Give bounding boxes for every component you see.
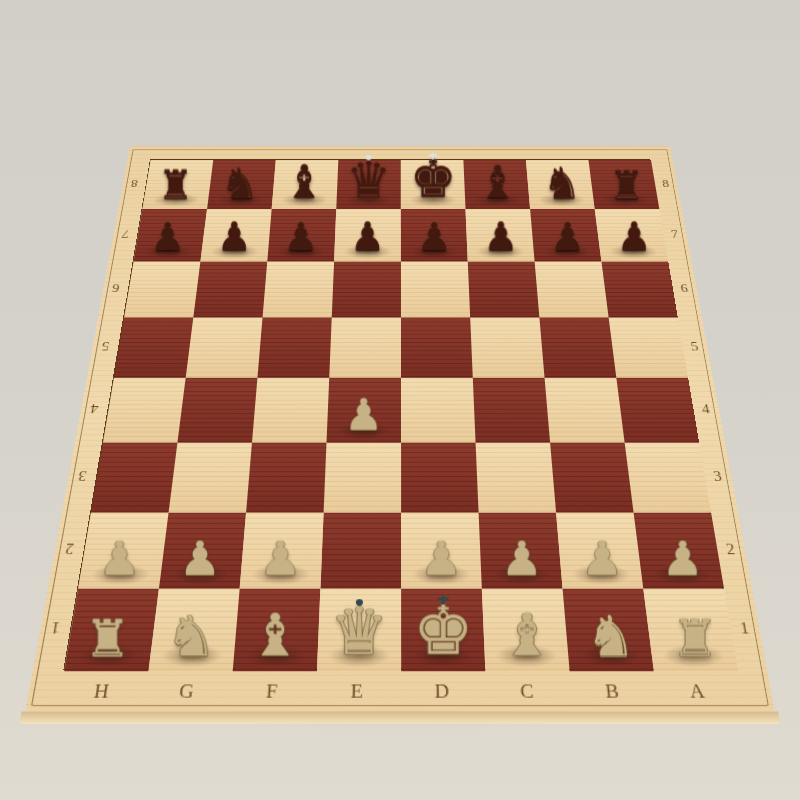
black-pawn[interactable]: ♟ xyxy=(550,218,585,257)
square-c7[interactable]: ♟ xyxy=(466,209,535,261)
black-bishop[interactable]: ♝ xyxy=(284,160,324,205)
square-e7[interactable]: ♟ xyxy=(334,209,401,261)
square-f5[interactable] xyxy=(257,318,331,378)
square-h3[interactable] xyxy=(91,443,177,513)
square-d4[interactable] xyxy=(401,378,476,443)
file-label-b: B xyxy=(569,672,658,711)
black-bishop[interactable]: ♝ xyxy=(477,160,517,205)
square-c4[interactable] xyxy=(473,378,550,443)
chess-board: 87654321 87654321 HGFEDCBA ♜♞♝♛●♚✚♝♞♜♟♟♟… xyxy=(25,146,775,711)
square-g1[interactable]: ♞ xyxy=(148,589,239,671)
square-h4[interactable] xyxy=(103,378,186,443)
square-g6[interactable] xyxy=(193,261,267,317)
square-f3[interactable] xyxy=(246,443,326,513)
scene: 87654321 87654321 HGFEDCBA ♜♞♝♛●♚✚♝♞♜♟♟♟… xyxy=(0,0,800,800)
black-pawn[interactable]: ♟ xyxy=(483,218,518,257)
square-d2[interactable]: ♟ xyxy=(401,513,482,589)
white-pawn[interactable]: ♟ xyxy=(98,535,140,582)
white-knight[interactable]: ♞ xyxy=(166,608,216,664)
black-queen-finial-icon: ● xyxy=(366,154,372,161)
chess-board-squares: ♜♞♝♛●♚✚♝♞♜♟♟♟♟♟♟♟♟♟♟♟♟♟♟♟♟♜♞♝♛●♚✚♝♞♜ xyxy=(63,159,736,670)
square-a4[interactable] xyxy=(616,378,699,443)
square-b6[interactable] xyxy=(535,261,609,317)
black-queen[interactable]: ♛● xyxy=(346,155,391,205)
square-c2[interactable]: ♟ xyxy=(479,513,563,589)
white-king-finial-icon: ✚ xyxy=(437,592,450,607)
white-pawn[interactable]: ♟ xyxy=(662,535,704,582)
square-h5[interactable] xyxy=(114,318,193,378)
black-pawn[interactable]: ♟ xyxy=(150,218,185,257)
white-king[interactable]: ♚✚ xyxy=(413,596,474,664)
square-b1[interactable]: ♞ xyxy=(563,589,654,671)
white-pawn[interactable]: ♟ xyxy=(344,394,383,437)
white-bishop[interactable]: ♝ xyxy=(249,606,301,664)
white-pawn[interactable]: ♟ xyxy=(259,535,301,582)
white-pawn[interactable]: ♟ xyxy=(420,535,462,582)
square-a6[interactable] xyxy=(601,261,677,317)
black-pawn[interactable]: ♟ xyxy=(617,218,652,257)
square-c3[interactable] xyxy=(476,443,557,513)
square-a2[interactable]: ♟ xyxy=(634,513,724,589)
square-g3[interactable] xyxy=(169,443,252,513)
square-e2[interactable] xyxy=(320,513,401,589)
square-h8[interactable]: ♜ xyxy=(142,160,213,209)
black-rook[interactable]: ♜ xyxy=(158,165,193,204)
board-perspective-wrap: 87654321 87654321 HGFEDCBA ♜♞♝♛●♚✚♝♞♜♟♟♟… xyxy=(86,68,714,698)
square-d5[interactable] xyxy=(401,318,473,378)
square-c5[interactable] xyxy=(470,318,544,378)
square-c8[interactable]: ♝ xyxy=(463,160,530,209)
white-pawn[interactable]: ♟ xyxy=(581,535,623,582)
square-h1[interactable]: ♜ xyxy=(64,589,159,671)
square-b7[interactable]: ♟ xyxy=(530,209,601,261)
black-pawn[interactable]: ♟ xyxy=(417,218,452,257)
file-label-g: G xyxy=(142,672,231,711)
square-h6[interactable] xyxy=(124,261,200,317)
square-b3[interactable] xyxy=(550,443,634,513)
board-front-edge xyxy=(19,711,780,724)
square-a1[interactable]: ♜ xyxy=(643,589,738,671)
white-queen-finial-icon: ● xyxy=(355,598,363,607)
square-e6[interactable] xyxy=(332,261,401,317)
black-rook[interactable]: ♜ xyxy=(609,165,644,204)
square-e3[interactable] xyxy=(324,443,402,513)
square-e4[interactable]: ♟ xyxy=(327,378,402,443)
square-a8[interactable]: ♜ xyxy=(588,160,659,209)
square-f8[interactable]: ♝ xyxy=(272,160,339,209)
square-h2[interactable]: ♟ xyxy=(78,513,168,589)
black-king[interactable]: ♚✚ xyxy=(410,153,457,205)
file-labels-bottom: HGFEDCBA xyxy=(56,672,744,711)
file-label-f: F xyxy=(228,672,316,711)
black-pawn[interactable]: ♟ xyxy=(217,218,252,257)
square-a3[interactable] xyxy=(625,443,711,513)
file-label-e: E xyxy=(314,672,400,711)
white-bishop[interactable]: ♝ xyxy=(501,606,553,664)
file-label-d: D xyxy=(400,672,486,711)
square-g4[interactable] xyxy=(177,378,257,443)
square-b4[interactable] xyxy=(545,378,625,443)
white-rook[interactable]: ♜ xyxy=(84,613,130,664)
square-f6[interactable] xyxy=(263,261,335,317)
black-pawn[interactable]: ♟ xyxy=(284,218,319,257)
square-g7[interactable]: ♟ xyxy=(200,209,271,261)
square-d7[interactable]: ♟ xyxy=(401,209,468,261)
square-a7[interactable]: ♟ xyxy=(595,209,669,261)
square-f4[interactable] xyxy=(252,378,329,443)
square-h7[interactable]: ♟ xyxy=(134,209,207,261)
black-pawn[interactable]: ♟ xyxy=(350,218,385,257)
square-b5[interactable] xyxy=(539,318,616,378)
black-king-finial-icon: ✚ xyxy=(428,149,438,161)
black-knight[interactable]: ♞ xyxy=(221,162,260,205)
square-c1[interactable]: ♝ xyxy=(482,589,570,671)
square-f7[interactable]: ♟ xyxy=(267,209,336,261)
white-pawn[interactable]: ♟ xyxy=(501,535,543,582)
black-knight[interactable]: ♞ xyxy=(543,162,582,205)
square-b8[interactable]: ♞ xyxy=(526,160,595,209)
square-e5[interactable] xyxy=(329,318,401,378)
square-e8[interactable]: ♛● xyxy=(336,160,401,209)
white-queen[interactable]: ♛● xyxy=(330,599,389,664)
square-d6[interactable] xyxy=(401,261,470,317)
white-rook[interactable]: ♜ xyxy=(672,613,718,664)
square-f2[interactable]: ♟ xyxy=(240,513,324,589)
square-e1[interactable]: ♛● xyxy=(317,589,401,671)
file-label-a: A xyxy=(653,672,744,711)
file-label-h: H xyxy=(56,672,147,711)
white-pawn[interactable]: ♟ xyxy=(179,535,221,582)
square-g5[interactable] xyxy=(186,318,263,378)
square-d3[interactable] xyxy=(401,443,479,513)
square-b2[interactable]: ♟ xyxy=(556,513,643,589)
square-f1[interactable]: ♝ xyxy=(233,589,321,671)
square-d8[interactable]: ♚✚ xyxy=(401,160,466,209)
square-c6[interactable] xyxy=(468,261,540,317)
square-a5[interactable] xyxy=(609,318,688,378)
square-d1[interactable]: ♚✚ xyxy=(401,589,485,671)
square-g2[interactable]: ♟ xyxy=(159,513,246,589)
square-g8[interactable]: ♞ xyxy=(207,160,276,209)
white-knight[interactable]: ♞ xyxy=(586,608,636,664)
file-label-c: C xyxy=(484,672,572,711)
